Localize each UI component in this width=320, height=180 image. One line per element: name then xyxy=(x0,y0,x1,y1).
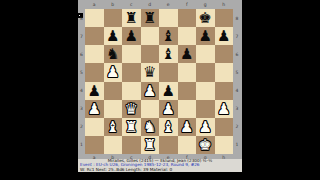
rank-label-7: 7 xyxy=(79,27,85,45)
chess-frame: abcdefgh 87654321 87654321 abcdefgh ♜♜♚♟… xyxy=(78,0,242,172)
game-info-footer: Miralles, Gilles (2415) — Eklund, Jean (… xyxy=(78,159,242,172)
square-b8[interactable] xyxy=(104,9,123,27)
pillarbox-right xyxy=(242,0,320,180)
square-f5[interactable] xyxy=(178,63,197,81)
square-h8[interactable] xyxy=(215,9,234,27)
square-e6[interactable]: ♝ xyxy=(159,45,178,63)
piece-white-pawn: ♟ xyxy=(178,118,197,136)
square-h3[interactable]: ♟ xyxy=(215,100,234,118)
square-f4[interactable] xyxy=(178,82,197,100)
square-c3[interactable]: ♛ xyxy=(122,100,141,118)
piece-white-pawn: ♟ xyxy=(215,100,234,118)
file-labels-top: abcdefgh xyxy=(85,2,233,7)
rank-label-3: 3 xyxy=(79,100,85,118)
square-e4[interactable]: ♟ xyxy=(159,82,178,100)
square-f1[interactable] xyxy=(178,136,197,154)
rank-label-4: 4 xyxy=(79,82,85,100)
piece-black-pawn: ♟ xyxy=(85,82,104,100)
file-label-h: h xyxy=(215,2,234,7)
square-g6[interactable] xyxy=(196,45,215,63)
square-g4[interactable] xyxy=(196,82,215,100)
file-label-f: f xyxy=(178,2,197,7)
piece-black-pawn: ♟ xyxy=(159,82,178,100)
piece-black-queen: ♛ xyxy=(141,63,160,81)
piece-black-rook: ♜ xyxy=(122,9,141,27)
rank-label-8: 8 xyxy=(234,9,240,27)
piece-white-rook: ♜ xyxy=(141,136,160,154)
square-d7[interactable] xyxy=(141,27,160,45)
square-a4[interactable]: ♟ xyxy=(85,82,104,100)
rank-label-1: 1 xyxy=(234,136,240,154)
square-g3[interactable] xyxy=(196,100,215,118)
letterbox-bottom xyxy=(78,172,242,180)
square-h4[interactable] xyxy=(215,82,234,100)
square-d2[interactable]: ♞ xyxy=(141,118,160,136)
piece-black-king: ♚ xyxy=(196,9,215,27)
file-label-g: g xyxy=(196,2,215,7)
square-g2[interactable]: ♟ xyxy=(196,118,215,136)
square-h2[interactable] xyxy=(215,118,234,136)
piece-black-bishop: ♝ xyxy=(159,27,178,45)
piece-black-rook: ♜ xyxy=(141,9,160,27)
piece-white-pawn: ♟ xyxy=(196,118,215,136)
square-d8[interactable]: ♜ xyxy=(141,9,160,27)
square-h6[interactable] xyxy=(215,45,234,63)
square-c6[interactable] xyxy=(122,45,141,63)
file-label-d: d xyxy=(141,2,160,7)
square-a6[interactable] xyxy=(85,45,104,63)
square-f3[interactable] xyxy=(178,100,197,118)
square-d1[interactable]: ♜ xyxy=(141,136,160,154)
square-b7[interactable]: ♟ xyxy=(104,27,123,45)
square-h5[interactable] xyxy=(215,63,234,81)
square-f6[interactable]: ♟ xyxy=(178,45,197,63)
square-d3[interactable] xyxy=(141,100,160,118)
square-a8[interactable] xyxy=(85,9,104,27)
square-f7[interactable] xyxy=(178,27,197,45)
square-a3[interactable]: ♟ xyxy=(85,100,104,118)
square-b2[interactable]: ♝ xyxy=(104,118,123,136)
piece-white-queen: ♛ xyxy=(122,100,141,118)
square-c5[interactable] xyxy=(122,63,141,81)
square-g7[interactable]: ♟ xyxy=(196,27,215,45)
square-b3[interactable] xyxy=(104,100,123,118)
piece-white-bishop: ♝ xyxy=(159,118,178,136)
square-g1[interactable]: ♚ xyxy=(196,136,215,154)
rank-label-5: 5 xyxy=(79,63,85,81)
square-c8[interactable]: ♜ xyxy=(122,9,141,27)
square-e3[interactable]: ♟ xyxy=(159,100,178,118)
file-label-b: b xyxy=(104,2,123,7)
piece-black-knight: ♞ xyxy=(104,45,123,63)
piece-black-pawn: ♟ xyxy=(178,45,197,63)
square-d6[interactable] xyxy=(141,45,160,63)
pillarbox-left xyxy=(0,0,78,180)
square-e2[interactable]: ♝ xyxy=(159,118,178,136)
rank-label-1: 1 xyxy=(79,136,85,154)
piece-black-bishop: ♝ xyxy=(159,45,178,63)
rank-label-7: 7 xyxy=(234,27,240,45)
square-b1[interactable] xyxy=(104,136,123,154)
piece-white-knight: ♞ xyxy=(141,118,160,136)
square-f2[interactable]: ♟ xyxy=(178,118,197,136)
square-b5[interactable]: ♟ xyxy=(104,63,123,81)
piece-white-bishop: ♝ xyxy=(104,118,123,136)
rank-label-8: 8 xyxy=(79,9,85,27)
piece-white-pawn: ♟ xyxy=(141,82,160,100)
square-c4[interactable] xyxy=(122,82,141,100)
rank-label-5: 5 xyxy=(234,63,240,81)
rank-labels-left: 87654321 xyxy=(79,9,85,154)
square-h1[interactable] xyxy=(215,136,234,154)
piece-white-king: ♚ xyxy=(196,136,215,154)
square-h7[interactable]: ♟ xyxy=(215,27,234,45)
piece-white-pawn: ♟ xyxy=(104,63,123,81)
chess-board: ♜♜♚♟♟♝♟♟♞♝♟♟♛♟♟♟♟♛♟♟♝♜♞♝♟♟♜♚ xyxy=(85,9,233,154)
file-label-a: a xyxy=(85,2,104,7)
square-g8[interactable]: ♚ xyxy=(196,9,215,27)
square-d4[interactable]: ♟ xyxy=(141,82,160,100)
piece-black-pawn: ♟ xyxy=(122,27,141,45)
piece-white-rook: ♜ xyxy=(122,118,141,136)
rank-label-6: 6 xyxy=(234,45,240,63)
square-g5[interactable] xyxy=(196,63,215,81)
square-a7[interactable] xyxy=(85,27,104,45)
square-a2[interactable] xyxy=(85,118,104,136)
piece-black-pawn: ♟ xyxy=(196,27,215,45)
piece-white-pawn: ♟ xyxy=(159,100,178,118)
square-b6[interactable]: ♞ xyxy=(104,45,123,63)
square-c2[interactable]: ♜ xyxy=(122,118,141,136)
piece-white-pawn: ♟ xyxy=(85,100,104,118)
square-a5[interactable] xyxy=(85,63,104,81)
square-c1[interactable] xyxy=(122,136,141,154)
square-e5[interactable] xyxy=(159,63,178,81)
file-label-c: c xyxy=(122,2,141,7)
file-label-e: e xyxy=(159,2,178,7)
piece-black-pawn: ♟ xyxy=(215,27,234,45)
rank-label-3: 3 xyxy=(234,100,240,118)
square-c7[interactable]: ♟ xyxy=(122,27,141,45)
square-e8[interactable] xyxy=(159,9,178,27)
square-f8[interactable] xyxy=(178,9,197,27)
piece-black-pawn: ♟ xyxy=(104,27,123,45)
rank-labels-right: 87654321 xyxy=(234,9,240,154)
square-a1[interactable] xyxy=(85,136,104,154)
square-e1[interactable] xyxy=(159,136,178,154)
square-d5[interactable]: ♛ xyxy=(141,63,160,81)
square-e7[interactable]: ♝ xyxy=(159,27,178,45)
rank-label-2: 2 xyxy=(234,118,240,136)
rank-label-4: 4 xyxy=(234,82,240,100)
rank-label-6: 6 xyxy=(79,45,85,63)
square-b4[interactable] xyxy=(104,82,123,100)
rank-label-2: 2 xyxy=(79,118,85,136)
